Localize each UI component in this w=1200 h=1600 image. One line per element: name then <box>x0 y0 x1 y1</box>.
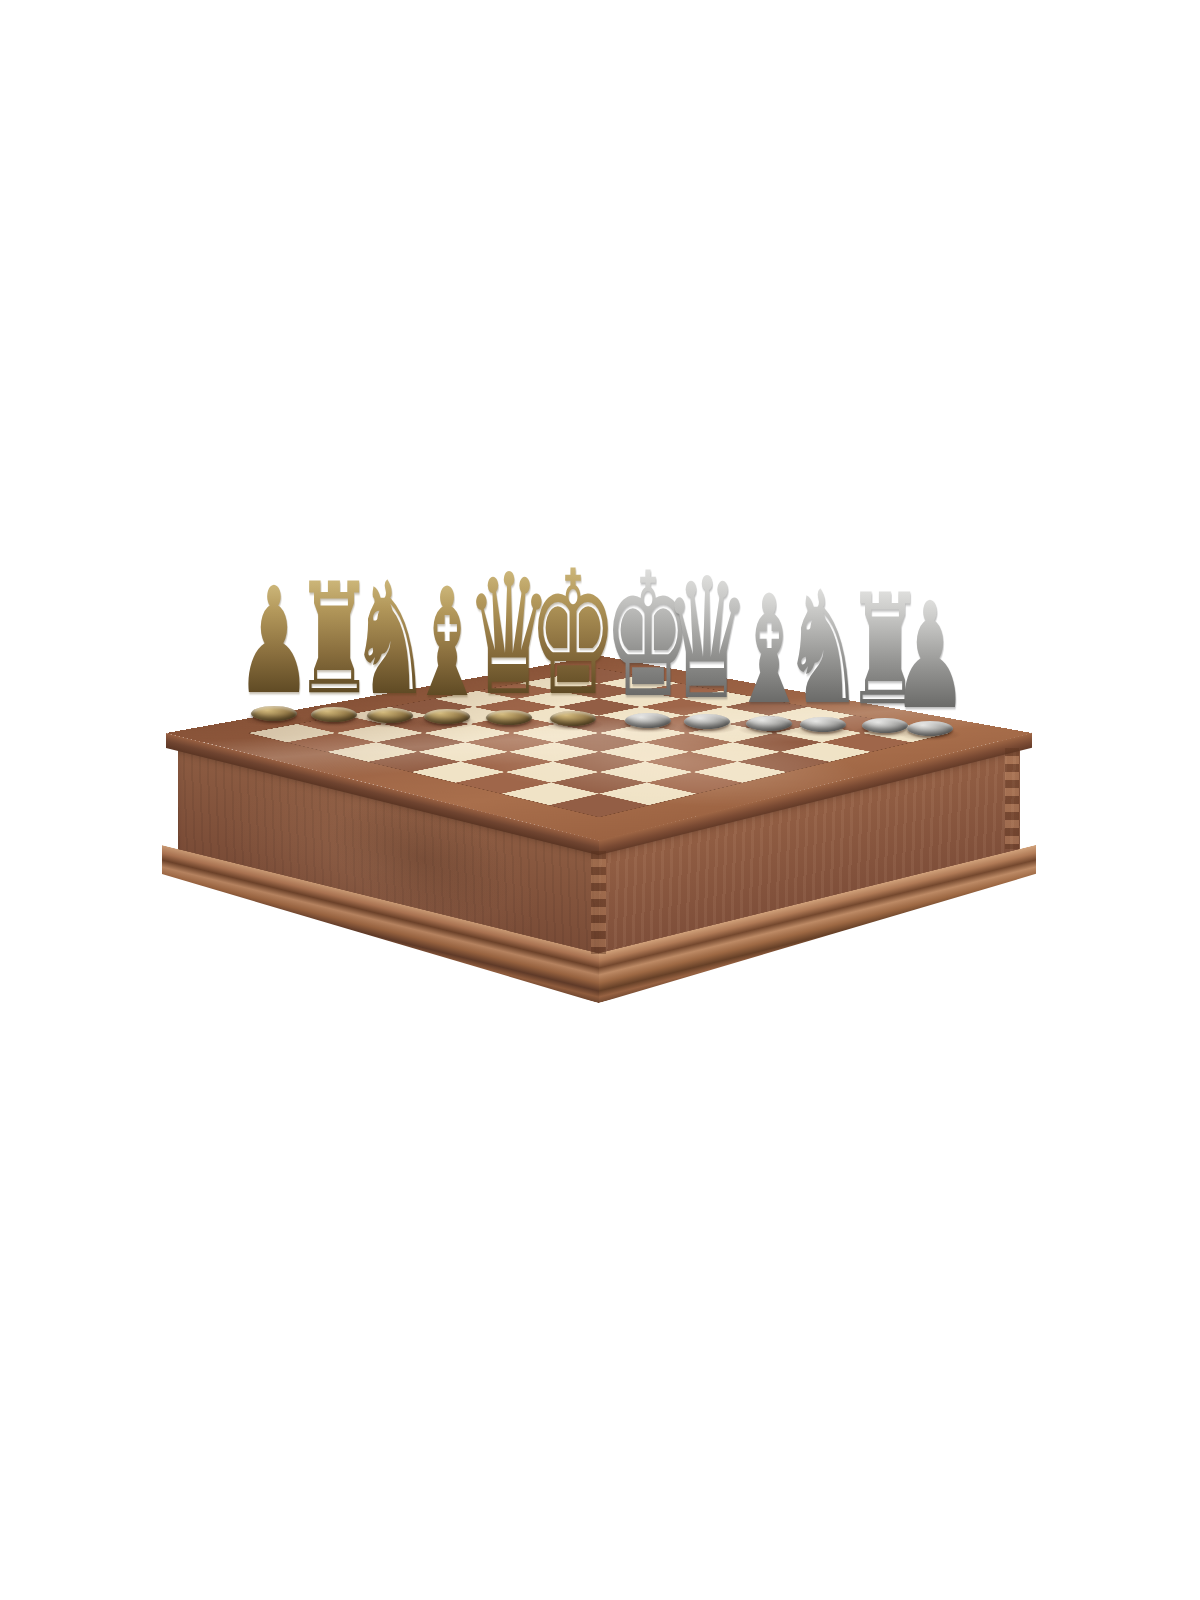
pawn-glyph-icon: ♟ <box>892 583 968 730</box>
chess-piece-silver-pawn: ♟ <box>895 616 965 736</box>
chess-piece-brass-king: ♚ <box>538 588 608 726</box>
pieces-layer: ♟♜♞♝♛♚♚♛♝♞♜♟ <box>0 0 1200 1600</box>
piece-round-base <box>907 721 953 736</box>
piece-round-base <box>550 711 596 726</box>
piece-round-base <box>251 706 297 721</box>
piece-round-base <box>800 717 846 732</box>
piece-round-base <box>684 714 730 729</box>
piece-round-base <box>424 709 470 724</box>
piece-round-base <box>486 710 532 725</box>
piece-round-base <box>367 708 413 723</box>
product-photo-stage: ♟♜♞♝♛♚♚♛♝♞♜♟ <box>0 0 1200 1600</box>
chess-box-scene: ♟♜♞♝♛♚♚♛♝♞♜♟ <box>0 0 1200 1600</box>
